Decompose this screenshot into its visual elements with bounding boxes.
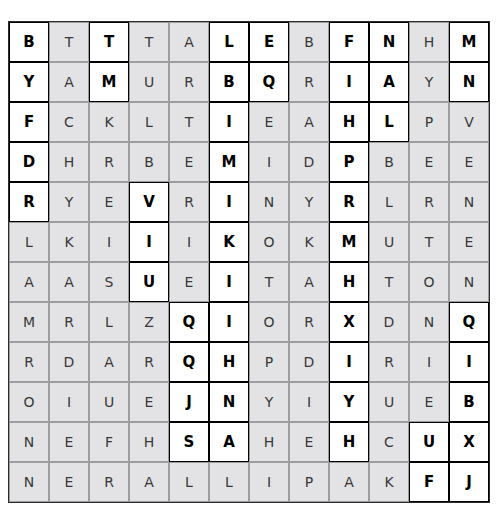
- grid-cell-r6c4[interactable]: I: [129, 222, 169, 262]
- grid-cell-r6c9[interactable]: M: [329, 222, 369, 262]
- grid-cell-r12c2[interactable]: E: [49, 462, 89, 502]
- grid-cell-r9c3[interactable]: A: [89, 342, 129, 382]
- grid-cell-r7c5[interactable]: E: [169, 262, 209, 302]
- grid-cell-r6c11[interactable]: T: [409, 222, 449, 262]
- grid-cell-r11c6[interactable]: A: [209, 422, 249, 462]
- grid-cell-r4c7[interactable]: I: [249, 142, 289, 182]
- grid-cell-r10c10[interactable]: U: [369, 382, 409, 422]
- grid-cell-r4c3[interactable]: R: [89, 142, 129, 182]
- grid-cell-r12c4[interactable]: A: [129, 462, 169, 502]
- grid-cell-r12c11[interactable]: F: [409, 462, 449, 502]
- grid-cell-r10c9[interactable]: Y: [329, 382, 369, 422]
- grid-cell-r12c9[interactable]: A: [329, 462, 369, 502]
- grid-cell-r1c6[interactable]: L: [209, 22, 249, 62]
- grid-cell-r1c10[interactable]: N: [369, 22, 409, 62]
- grid-cell-r12c7[interactable]: I: [249, 462, 289, 502]
- grid-cell-r2c8[interactable]: R: [289, 62, 329, 102]
- grid-cell-r4c5[interactable]: E: [169, 142, 209, 182]
- grid-cell-r4c11[interactable]: E: [409, 142, 449, 182]
- grid-cell-r8c12[interactable]: Q: [449, 302, 489, 342]
- grid-cell-r9c11[interactable]: I: [409, 342, 449, 382]
- grid-cell-r11c11[interactable]: U: [409, 422, 449, 462]
- grid-cell-r5c3[interactable]: E: [89, 182, 129, 222]
- grid-cell-r1c9[interactable]: F: [329, 22, 369, 62]
- grid-cell-r11c5[interactable]: S: [169, 422, 209, 462]
- grid-cell-r3c11[interactable]: P: [409, 102, 449, 142]
- grid-cell-r2c3[interactable]: M: [89, 62, 129, 102]
- grid-cell-r2c10[interactable]: A: [369, 62, 409, 102]
- grid-cell-r11c1[interactable]: N: [9, 422, 49, 462]
- grid-cell-r10c3[interactable]: U: [89, 382, 129, 422]
- grid-cell-r8c10[interactable]: D: [369, 302, 409, 342]
- grid-cell-r8c2[interactable]: R: [49, 302, 89, 342]
- grid-cell-r10c12[interactable]: B: [449, 382, 489, 422]
- grid-cell-r8c11[interactable]: N: [409, 302, 449, 342]
- grid-cell-r7c8[interactable]: A: [289, 262, 329, 302]
- grid-cell-r2c5[interactable]: R: [169, 62, 209, 102]
- grid-cell-r11c9[interactable]: H: [329, 422, 369, 462]
- grid-cell-r11c2[interactable]: E: [49, 422, 89, 462]
- grid-cell-r1c1[interactable]: B: [9, 22, 49, 62]
- grid-cell-r3c4[interactable]: L: [129, 102, 169, 142]
- grid-cell-r2c9[interactable]: I: [329, 62, 369, 102]
- grid-cell-r4c4[interactable]: B: [129, 142, 169, 182]
- grid-cell-r5c10[interactable]: L: [369, 182, 409, 222]
- grid-cell-r5c4[interactable]: V: [129, 182, 169, 222]
- grid-cell-r2c7[interactable]: Q: [249, 62, 289, 102]
- grid-cell-r1c12[interactable]: M: [449, 22, 489, 62]
- grid-cell-r7c3[interactable]: S: [89, 262, 129, 302]
- grid-cell-r8c4[interactable]: Z: [129, 302, 169, 342]
- grid-cell-r7c2[interactable]: A: [49, 262, 89, 302]
- grid-cell-r6c12[interactable]: E: [449, 222, 489, 262]
- grid-cell-r8c3[interactable]: L: [89, 302, 129, 342]
- grid-cell-r1c3[interactable]: T: [89, 22, 129, 62]
- grid-cell-r11c7[interactable]: H: [249, 422, 289, 462]
- grid-cell-r3c7[interactable]: E: [249, 102, 289, 142]
- grid-cell-r3c10[interactable]: L: [369, 102, 409, 142]
- grid-cell-r8c8[interactable]: R: [289, 302, 329, 342]
- grid-cell-r10c6[interactable]: N: [209, 382, 249, 422]
- grid-cell-r5c7[interactable]: N: [249, 182, 289, 222]
- grid-cell-r7c6[interactable]: I: [209, 262, 249, 302]
- grid-cell-r7c10[interactable]: T: [369, 262, 409, 302]
- grid-cell-r2c6[interactable]: B: [209, 62, 249, 102]
- grid-cell-r3c2[interactable]: C: [49, 102, 89, 142]
- grid-cell-r5c6[interactable]: I: [209, 182, 249, 222]
- grid-cell-r8c9[interactable]: X: [329, 302, 369, 342]
- grid-cell-r1c11[interactable]: H: [409, 22, 449, 62]
- grid-cell-r3c9[interactable]: H: [329, 102, 369, 142]
- grid-cell-r4c8[interactable]: D: [289, 142, 329, 182]
- grid-cell-r2c11[interactable]: Y: [409, 62, 449, 102]
- grid-cell-r1c4[interactable]: T: [129, 22, 169, 62]
- grid-cell-r7c11[interactable]: O: [409, 262, 449, 302]
- grid-cell-r8c5[interactable]: Q: [169, 302, 209, 342]
- grid-cell-r10c4[interactable]: E: [129, 382, 169, 422]
- grid-cell-r9c5[interactable]: Q: [169, 342, 209, 382]
- grid-cell-r10c11[interactable]: E: [409, 382, 449, 422]
- grid-cell-r4c9[interactable]: P: [329, 142, 369, 182]
- grid-cell-r12c1[interactable]: N: [9, 462, 49, 502]
- grid-cell-r8c7[interactable]: O: [249, 302, 289, 342]
- grid-cell-r2c4[interactable]: U: [129, 62, 169, 102]
- grid-cell-r6c3[interactable]: I: [89, 222, 129, 262]
- grid-cell-r12c12[interactable]: J: [449, 462, 489, 502]
- grid-cell-r6c10[interactable]: U: [369, 222, 409, 262]
- grid-cell-r11c8[interactable]: E: [289, 422, 329, 462]
- grid-cell-r4c6[interactable]: M: [209, 142, 249, 182]
- grid-cell-r5c9[interactable]: R: [329, 182, 369, 222]
- grid-cell-r6c2[interactable]: K: [49, 222, 89, 262]
- grid-cell-r10c8[interactable]: I: [289, 382, 329, 422]
- grid-cell-r9c6[interactable]: H: [209, 342, 249, 382]
- grid-cell-r5c8[interactable]: Y: [289, 182, 329, 222]
- grid-cell-r5c2[interactable]: Y: [49, 182, 89, 222]
- grid-cell-r3c6[interactable]: I: [209, 102, 249, 142]
- grid-cell-r1c8[interactable]: B: [289, 22, 329, 62]
- word-search-grid: BTTTALEBFNHMYAMURBQRIAYNFCKLTIEAHLPVDHRB…: [8, 21, 490, 503]
- grid-cell-r7c4[interactable]: U: [129, 262, 169, 302]
- grid-cell-r12c10[interactable]: K: [369, 462, 409, 502]
- grid-cell-r1c5[interactable]: A: [169, 22, 209, 62]
- grid-cell-r12c5[interactable]: L: [169, 462, 209, 502]
- grid-cell-r8c1[interactable]: M: [9, 302, 49, 342]
- grid-cell-r5c11[interactable]: R: [409, 182, 449, 222]
- grid-cell-r9c10[interactable]: R: [369, 342, 409, 382]
- grid-cell-r5c12[interactable]: N: [449, 182, 489, 222]
- grid-cell-r10c5[interactable]: J: [169, 382, 209, 422]
- grid-cell-r9c1[interactable]: R: [9, 342, 49, 382]
- grid-cell-r3c5[interactable]: T: [169, 102, 209, 142]
- grid-cell-r10c2[interactable]: I: [49, 382, 89, 422]
- grid-cell-r10c1[interactable]: O: [9, 382, 49, 422]
- grid-cell-r3c1[interactable]: F: [9, 102, 49, 142]
- grid-cell-r2c12[interactable]: N: [449, 62, 489, 102]
- grid-cell-r7c1[interactable]: A: [9, 262, 49, 302]
- grid-cell-r3c12[interactable]: V: [449, 102, 489, 142]
- grid-cell-r3c3[interactable]: K: [89, 102, 129, 142]
- grid-cell-r9c2[interactable]: D: [49, 342, 89, 382]
- grid-cell-r9c7[interactable]: P: [249, 342, 289, 382]
- grid-cell-r11c10[interactable]: C: [369, 422, 409, 462]
- grid-cell-r11c4[interactable]: H: [129, 422, 169, 462]
- grid-cell-r7c7[interactable]: T: [249, 262, 289, 302]
- grid-cell-r9c8[interactable]: D: [289, 342, 329, 382]
- grid-cell-r2c1[interactable]: Y: [9, 62, 49, 102]
- grid-cell-r12c3[interactable]: R: [89, 462, 129, 502]
- grid-cell-r5c5[interactable]: R: [169, 182, 209, 222]
- grid-cell-r3c8[interactable]: A: [289, 102, 329, 142]
- grid-cell-r4c1[interactable]: D: [9, 142, 49, 182]
- grid-cell-r6c7[interactable]: O: [249, 222, 289, 262]
- grid-cell-r12c8[interactable]: P: [289, 462, 329, 502]
- grid-cell-r6c5[interactable]: I: [169, 222, 209, 262]
- grid-cell-r2c2[interactable]: A: [49, 62, 89, 102]
- grid-cell-r10c7[interactable]: Y: [249, 382, 289, 422]
- grid-cell-r7c9[interactable]: H: [329, 262, 369, 302]
- grid-cell-r11c12[interactable]: X: [449, 422, 489, 462]
- grid-cell-r11c3[interactable]: F: [89, 422, 129, 462]
- grid-cell-r1c2[interactable]: T: [49, 22, 89, 62]
- grid-cell-r6c8[interactable]: K: [289, 222, 329, 262]
- grid-cell-r12c6[interactable]: L: [209, 462, 249, 502]
- grid-cell-r4c10[interactable]: B: [369, 142, 409, 182]
- grid-cell-r4c2[interactable]: H: [49, 142, 89, 182]
- grid-cell-r9c12[interactable]: I: [449, 342, 489, 382]
- grid-cell-r6c6[interactable]: K: [209, 222, 249, 262]
- grid-cell-r5c1[interactable]: R: [9, 182, 49, 222]
- grid-cell-r4c12[interactable]: E: [449, 142, 489, 182]
- grid-cell-r8c6[interactable]: I: [209, 302, 249, 342]
- grid-cell-r9c9[interactable]: I: [329, 342, 369, 382]
- grid-cell-r7c12[interactable]: N: [449, 262, 489, 302]
- grid-cell-r9c4[interactable]: R: [129, 342, 169, 382]
- grid-cell-r6c1[interactable]: L: [9, 222, 49, 262]
- grid-cell-r1c7[interactable]: E: [249, 22, 289, 62]
